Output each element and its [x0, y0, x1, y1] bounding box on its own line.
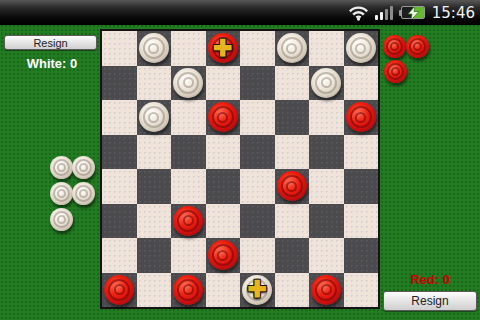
- square-7-7: [344, 273, 379, 308]
- red-piece: [383, 35, 406, 58]
- square-1-5: [275, 66, 310, 101]
- square-4-3[interactable]: [206, 169, 241, 204]
- square-4-0: [102, 169, 137, 204]
- white-resign-button[interactable]: Resign: [4, 35, 97, 50]
- square-1-6[interactable]: [309, 66, 344, 101]
- square-7-4[interactable]: ✚: [240, 273, 275, 308]
- red-piece[interactable]: [277, 171, 307, 201]
- piece-ring: [57, 163, 66, 172]
- white-king-piece[interactable]: ✚: [242, 275, 272, 305]
- square-0-7[interactable]: [344, 31, 379, 66]
- square-0-3[interactable]: ✚: [206, 31, 241, 66]
- square-7-6[interactable]: [309, 273, 344, 308]
- red-score-label: Red: 0: [383, 272, 477, 287]
- piece-ring: [79, 189, 88, 198]
- square-6-5[interactable]: [275, 238, 310, 273]
- square-6-6: [309, 238, 344, 273]
- white-score-label: White: 0: [0, 56, 104, 71]
- white-piece: [50, 156, 73, 179]
- square-1-7: [344, 66, 379, 101]
- square-3-7: [344, 135, 379, 170]
- white-piece: [50, 208, 73, 231]
- piece-ring: [391, 67, 400, 76]
- square-5-4[interactable]: [240, 204, 275, 239]
- white-piece[interactable]: [311, 68, 341, 98]
- piece-ring: [57, 215, 66, 224]
- white-piece[interactable]: [173, 68, 203, 98]
- square-7-5: [275, 273, 310, 308]
- square-1-0[interactable]: [102, 66, 137, 101]
- square-1-3: [206, 66, 241, 101]
- square-1-1: [137, 66, 172, 101]
- board: ✚✚: [100, 29, 380, 309]
- square-3-4[interactable]: [240, 135, 275, 170]
- square-4-2: [171, 169, 206, 204]
- square-6-1[interactable]: [137, 238, 172, 273]
- square-0-1[interactable]: [137, 31, 172, 66]
- square-3-1: [137, 135, 172, 170]
- square-3-3: [206, 135, 241, 170]
- red-piece[interactable]: [208, 102, 238, 132]
- red-king-piece[interactable]: ✚: [208, 33, 238, 63]
- square-2-3[interactable]: [206, 100, 241, 135]
- red-resign-button[interactable]: Resign: [383, 291, 477, 311]
- square-5-2[interactable]: [171, 204, 206, 239]
- piece-ring: [79, 163, 88, 172]
- red-piece[interactable]: [311, 275, 341, 305]
- square-2-4: [240, 100, 275, 135]
- square-3-5: [275, 135, 310, 170]
- piece-ring: [413, 42, 422, 51]
- square-1-4[interactable]: [240, 66, 275, 101]
- white-piece: [72, 182, 95, 205]
- signal-strength-icon: [375, 5, 393, 20]
- square-2-7[interactable]: [344, 100, 379, 135]
- white-piece[interactable]: [139, 102, 169, 132]
- square-4-1[interactable]: [137, 169, 172, 204]
- square-5-5: [275, 204, 310, 239]
- square-5-0[interactable]: [102, 204, 137, 239]
- battery-charging-icon: [399, 6, 426, 20]
- square-3-2[interactable]: [171, 135, 206, 170]
- square-4-4: [240, 169, 275, 204]
- square-0-2: [171, 31, 206, 66]
- white-piece[interactable]: [346, 33, 376, 63]
- square-4-6: [309, 169, 344, 204]
- square-2-1[interactable]: [137, 100, 172, 135]
- red-piece[interactable]: [208, 240, 238, 270]
- square-2-0: [102, 100, 137, 135]
- square-5-3: [206, 204, 241, 239]
- square-3-6[interactable]: [309, 135, 344, 170]
- checkers-app-screen: 15:46 Resign White: 0 ✚✚ Red: 0 Resign: [0, 0, 480, 320]
- square-6-7[interactable]: [344, 238, 379, 273]
- square-4-5[interactable]: [275, 169, 310, 204]
- square-1-2[interactable]: [171, 66, 206, 101]
- clock-text: 15:46: [432, 4, 475, 22]
- square-7-1: [137, 273, 172, 308]
- square-6-4: [240, 238, 275, 273]
- square-2-6: [309, 100, 344, 135]
- square-5-1: [137, 204, 172, 239]
- status-bar: 15:46: [0, 0, 480, 25]
- red-piece[interactable]: [173, 206, 203, 236]
- square-7-0[interactable]: [102, 273, 137, 308]
- square-7-3: [206, 273, 241, 308]
- square-3-0[interactable]: [102, 135, 137, 170]
- square-0-4: [240, 31, 275, 66]
- square-7-2[interactable]: [171, 273, 206, 308]
- square-6-3[interactable]: [206, 238, 241, 273]
- square-2-2: [171, 100, 206, 135]
- square-6-0: [102, 238, 137, 273]
- captured-white-tray: [50, 156, 98, 236]
- red-piece[interactable]: [346, 102, 376, 132]
- red-piece[interactable]: [104, 275, 134, 305]
- red-piece: [384, 60, 407, 83]
- king-crown-icon: ✚: [208, 33, 238, 63]
- piece-ring: [390, 42, 399, 51]
- wifi-icon: [348, 5, 369, 21]
- white-piece: [72, 156, 95, 179]
- red-piece[interactable]: [173, 275, 203, 305]
- white-piece: [50, 182, 73, 205]
- square-4-7[interactable]: [344, 169, 379, 204]
- piece-ring: [57, 189, 66, 198]
- red-piece: [406, 35, 429, 58]
- white-piece[interactable]: [139, 33, 169, 63]
- square-6-2: [171, 238, 206, 273]
- square-5-6[interactable]: [309, 204, 344, 239]
- square-2-5[interactable]: [275, 100, 310, 135]
- king-crown-icon: ✚: [242, 275, 272, 305]
- square-5-7: [344, 204, 379, 239]
- white-piece[interactable]: [277, 33, 307, 63]
- square-0-0: [102, 31, 137, 66]
- square-0-6: [309, 31, 344, 66]
- captured-red-tray: [383, 35, 431, 90]
- square-0-5[interactable]: [275, 31, 310, 66]
